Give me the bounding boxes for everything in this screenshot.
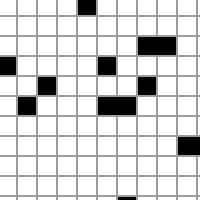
grid-cell[interactable] <box>198 0 200 15</box>
grid-cell[interactable] <box>158 117 176 135</box>
grid-cell[interactable] <box>18 77 36 95</box>
blocked-cell <box>98 97 116 115</box>
grid-cell[interactable] <box>38 37 56 55</box>
grid-cell[interactable] <box>198 17 200 35</box>
grid-cell[interactable] <box>138 177 156 195</box>
grid-cell[interactable] <box>18 137 36 155</box>
grid-cell[interactable] <box>118 117 136 135</box>
grid-cell[interactable] <box>118 37 136 55</box>
grid-cell[interactable] <box>0 37 16 55</box>
grid-cell[interactable] <box>138 157 156 175</box>
grid-cell[interactable] <box>18 117 36 135</box>
grid-cell[interactable] <box>38 117 56 135</box>
grid-cell[interactable] <box>0 157 16 175</box>
grid-cell[interactable] <box>158 177 176 195</box>
grid-cell[interactable] <box>178 57 196 75</box>
grid-cell[interactable] <box>158 97 176 115</box>
grid-cell[interactable] <box>198 157 200 175</box>
grid-cell[interactable] <box>78 77 96 95</box>
grid-cell[interactable] <box>0 97 16 115</box>
grid-cell[interactable] <box>38 97 56 115</box>
grid-cell[interactable] <box>138 197 156 200</box>
grid-cell[interactable] <box>18 197 36 200</box>
grid-cell[interactable] <box>0 117 16 135</box>
grid-cell[interactable] <box>198 97 200 115</box>
grid-cell[interactable] <box>178 17 196 35</box>
grid-cell[interactable] <box>38 57 56 75</box>
grid-cell[interactable] <box>0 77 16 95</box>
grid-cell[interactable] <box>38 17 56 35</box>
grid-cell[interactable] <box>98 0 116 15</box>
grid-cell[interactable] <box>78 97 96 115</box>
blocked-cell <box>18 97 36 115</box>
grid-cell[interactable] <box>98 37 116 55</box>
grid-cell[interactable] <box>58 37 76 55</box>
grid-cell[interactable] <box>98 157 116 175</box>
grid-cell[interactable] <box>18 37 36 55</box>
grid-cell[interactable] <box>178 177 196 195</box>
blocked-cell <box>38 77 56 95</box>
grid-cell[interactable] <box>118 0 136 15</box>
grid-cell[interactable] <box>78 117 96 135</box>
grid-cell[interactable] <box>38 197 56 200</box>
blocked-cell <box>98 57 116 75</box>
grid-cell[interactable] <box>18 17 36 35</box>
grid-cell[interactable] <box>118 57 136 75</box>
grid-cell[interactable] <box>78 157 96 175</box>
grid-cell[interactable] <box>98 117 116 135</box>
grid-cell[interactable] <box>158 137 176 155</box>
grid-cell[interactable] <box>58 77 76 95</box>
grid-cell[interactable] <box>0 0 16 15</box>
grid-cell[interactable] <box>98 137 116 155</box>
grid-cell[interactable] <box>178 37 196 55</box>
grid-cell[interactable] <box>158 17 176 35</box>
blocked-cell <box>0 57 16 75</box>
grid-cell[interactable] <box>58 57 76 75</box>
grid-cell[interactable] <box>198 37 200 55</box>
grid-cell[interactable] <box>18 57 36 75</box>
grid-cell[interactable] <box>118 17 136 35</box>
grid-cell[interactable] <box>178 157 196 175</box>
grid-cell[interactable] <box>38 177 56 195</box>
grid-cell[interactable] <box>78 177 96 195</box>
grid-cell[interactable] <box>58 0 76 15</box>
grid-cell[interactable] <box>78 17 96 35</box>
grid-cell[interactable] <box>38 157 56 175</box>
grid-cell[interactable] <box>158 0 176 15</box>
blocked-cell <box>158 37 176 55</box>
grid-cell[interactable] <box>198 177 200 195</box>
grid-cell[interactable] <box>138 97 156 115</box>
grid-cell[interactable] <box>198 77 200 95</box>
crossword-board <box>0 0 200 200</box>
grid-cell[interactable] <box>118 77 136 95</box>
blocked-cell <box>138 77 156 95</box>
grid-cell[interactable] <box>78 137 96 155</box>
grid-cell[interactable] <box>178 0 196 15</box>
grid-cell[interactable] <box>98 177 116 195</box>
grid-cell[interactable] <box>58 97 76 115</box>
blocked-cell <box>118 197 136 200</box>
grid-cell[interactable] <box>138 117 156 135</box>
grid-cell[interactable] <box>98 197 116 200</box>
blocked-cell <box>178 137 196 155</box>
grid-cell[interactable] <box>0 137 16 155</box>
grid-cell[interactable] <box>18 157 36 175</box>
grid-cell[interactable] <box>158 197 176 200</box>
grid-cell[interactable] <box>178 77 196 95</box>
grid-cell[interactable] <box>178 97 196 115</box>
blocked-cell <box>138 37 156 55</box>
grid-cell[interactable] <box>138 17 156 35</box>
grid-cell[interactable] <box>178 197 196 200</box>
grid-cell[interactable] <box>118 157 136 175</box>
grid-cell[interactable] <box>58 17 76 35</box>
grid-cell[interactable] <box>198 117 200 135</box>
blocked-cell <box>78 0 96 15</box>
blocked-cell <box>198 137 200 155</box>
grid-cell[interactable] <box>18 0 36 15</box>
grid-cell[interactable] <box>158 57 176 75</box>
grid-cell[interactable] <box>138 57 156 75</box>
grid-cell[interactable] <box>18 177 36 195</box>
crossword-grid <box>0 0 200 200</box>
grid-cell[interactable] <box>198 57 200 75</box>
grid-cell[interactable] <box>158 157 176 175</box>
grid-cell[interactable] <box>118 177 136 195</box>
grid-cell[interactable] <box>58 177 76 195</box>
grid-cell[interactable] <box>0 17 16 35</box>
grid-cell[interactable] <box>0 197 16 200</box>
grid-cell[interactable] <box>58 117 76 135</box>
grid-cell[interactable] <box>78 57 96 75</box>
grid-cell[interactable] <box>38 0 56 15</box>
grid-cell[interactable] <box>98 17 116 35</box>
grid-cell[interactable] <box>178 117 196 135</box>
grid-cell[interactable] <box>58 157 76 175</box>
grid-cell[interactable] <box>118 137 136 155</box>
grid-cell[interactable] <box>78 197 96 200</box>
grid-cell[interactable] <box>38 137 56 155</box>
grid-cell[interactable] <box>198 197 200 200</box>
grid-cell[interactable] <box>0 177 16 195</box>
grid-cell[interactable] <box>158 77 176 95</box>
grid-cell[interactable] <box>58 197 76 200</box>
blocked-cell <box>118 97 136 115</box>
grid-cell[interactable] <box>138 137 156 155</box>
grid-cell[interactable] <box>98 77 116 95</box>
grid-cell[interactable] <box>78 37 96 55</box>
grid-cell[interactable] <box>138 0 156 15</box>
grid-cell[interactable] <box>58 137 76 155</box>
